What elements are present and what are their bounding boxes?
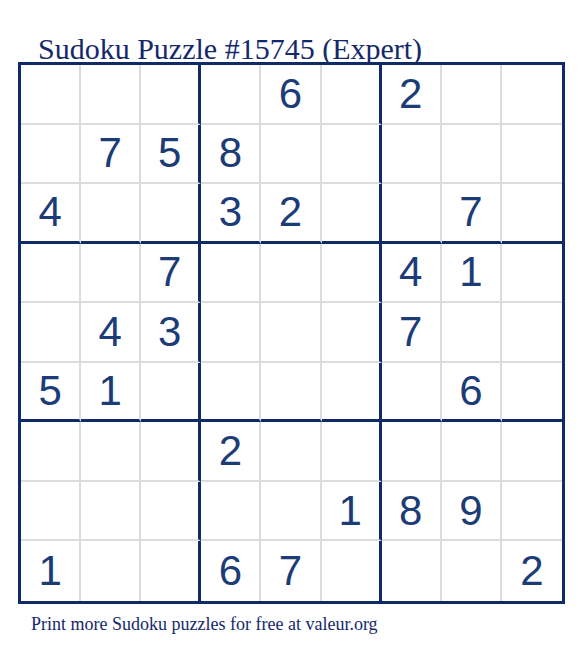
cell-r1c3 xyxy=(141,65,201,125)
cell-r3c6 xyxy=(322,184,382,244)
cell-r1c4 xyxy=(201,65,261,125)
cell-r5c2: 4 xyxy=(81,303,141,363)
cell-r2c1 xyxy=(21,125,81,185)
cell-r8c4 xyxy=(201,482,261,542)
cell-r5c3: 3 xyxy=(141,303,201,363)
cell-r4c4 xyxy=(201,244,261,304)
sudoku-board: 62758432774143751621891672 xyxy=(18,62,565,604)
cell-r2c4: 8 xyxy=(201,125,261,185)
cell-r6c3 xyxy=(141,363,201,423)
cell-r9c9: 2 xyxy=(502,541,562,601)
cell-r2c5 xyxy=(261,125,321,185)
cell-r6c2: 1 xyxy=(81,363,141,423)
cell-r3c2 xyxy=(81,184,141,244)
cell-r8c1 xyxy=(21,482,81,542)
cell-r5c7: 7 xyxy=(382,303,442,363)
cell-r4c8: 1 xyxy=(442,244,502,304)
cell-r3c8: 7 xyxy=(442,184,502,244)
cell-r2c3: 5 xyxy=(141,125,201,185)
cell-r9c2 xyxy=(81,541,141,601)
cell-r4c5 xyxy=(261,244,321,304)
cell-r4c7: 4 xyxy=(382,244,442,304)
cell-r3c4: 3 xyxy=(201,184,261,244)
cell-r7c3 xyxy=(141,422,201,482)
cell-r4c6 xyxy=(322,244,382,304)
cell-r2c8 xyxy=(442,125,502,185)
cell-r9c4: 6 xyxy=(201,541,261,601)
cell-r7c8 xyxy=(442,422,502,482)
cell-r4c1 xyxy=(21,244,81,304)
cell-r7c4: 2 xyxy=(201,422,261,482)
cell-r6c5 xyxy=(261,363,321,423)
cell-r6c9 xyxy=(502,363,562,423)
cell-r3c1: 4 xyxy=(21,184,81,244)
cell-r3c9 xyxy=(502,184,562,244)
cell-r7c5 xyxy=(261,422,321,482)
cell-r5c4 xyxy=(201,303,261,363)
cell-r6c4 xyxy=(201,363,261,423)
cell-r7c7 xyxy=(382,422,442,482)
cell-r9c3 xyxy=(141,541,201,601)
cell-r8c8: 9 xyxy=(442,482,502,542)
cell-r2c9 xyxy=(502,125,562,185)
cell-r1c8 xyxy=(442,65,502,125)
cell-r1c7: 2 xyxy=(382,65,442,125)
cell-r1c6 xyxy=(322,65,382,125)
cell-r9c1: 1 xyxy=(21,541,81,601)
cell-r5c1 xyxy=(21,303,81,363)
cell-r9c7 xyxy=(382,541,442,601)
cell-r8c9 xyxy=(502,482,562,542)
cell-r6c7 xyxy=(382,363,442,423)
cell-r2c7 xyxy=(382,125,442,185)
cell-r1c2 xyxy=(81,65,141,125)
cell-r1c9 xyxy=(502,65,562,125)
cell-r5c5 xyxy=(261,303,321,363)
footer-text: Print more Sudoku puzzles for free at va… xyxy=(31,614,378,636)
cell-r9c6 xyxy=(322,541,382,601)
cell-r6c8: 6 xyxy=(442,363,502,423)
cell-r4c2 xyxy=(81,244,141,304)
cell-r5c6 xyxy=(322,303,382,363)
cell-r8c6: 1 xyxy=(322,482,382,542)
cell-r6c1: 5 xyxy=(21,363,81,423)
cell-r3c5: 2 xyxy=(261,184,321,244)
cell-r7c6 xyxy=(322,422,382,482)
cell-r7c2 xyxy=(81,422,141,482)
cell-r8c5 xyxy=(261,482,321,542)
cell-r3c3 xyxy=(141,184,201,244)
cell-r7c1 xyxy=(21,422,81,482)
cell-r7c9 xyxy=(502,422,562,482)
cell-r2c6 xyxy=(322,125,382,185)
cell-r8c3 xyxy=(141,482,201,542)
cell-r5c8 xyxy=(442,303,502,363)
cell-r5c9 xyxy=(502,303,562,363)
cell-r8c2 xyxy=(81,482,141,542)
cell-r2c2: 7 xyxy=(81,125,141,185)
cell-r1c5: 6 xyxy=(261,65,321,125)
cell-r6c6 xyxy=(322,363,382,423)
cell-r3c7 xyxy=(382,184,442,244)
cell-r9c8 xyxy=(442,541,502,601)
cell-r4c3: 7 xyxy=(141,244,201,304)
cell-r9c5: 7 xyxy=(261,541,321,601)
cell-r4c9 xyxy=(502,244,562,304)
cell-r1c1 xyxy=(21,65,81,125)
cell-r8c7: 8 xyxy=(382,482,442,542)
